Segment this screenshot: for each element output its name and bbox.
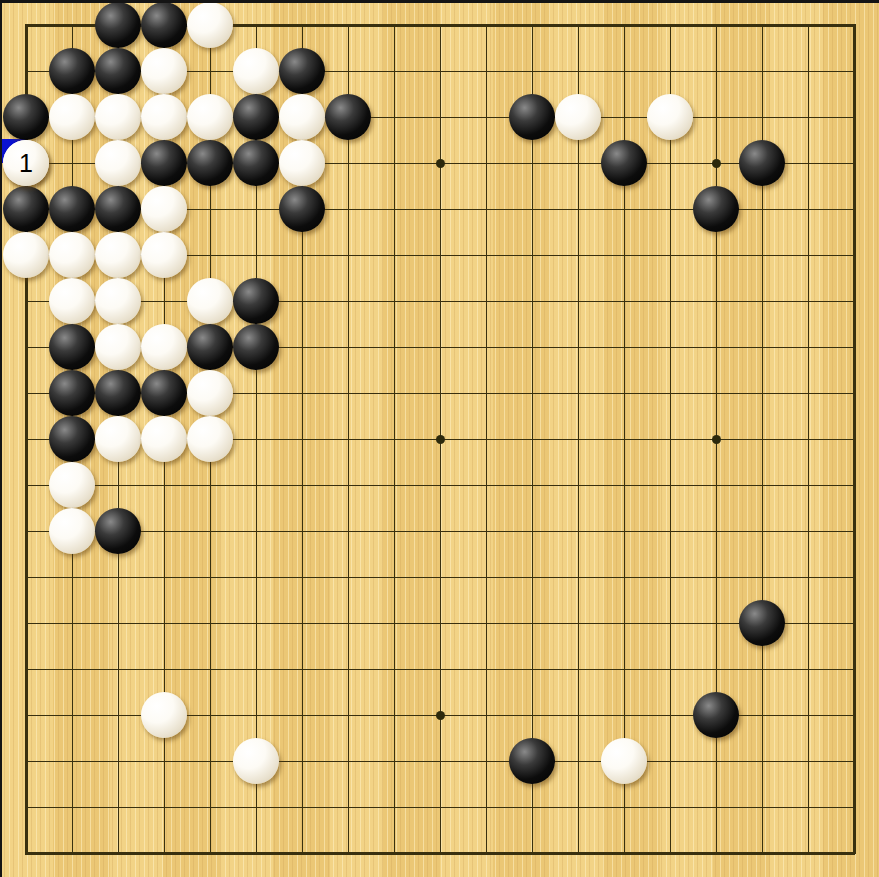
stone-white [95, 278, 141, 324]
stone-black [141, 2, 187, 48]
grid-line-horizontal [25, 577, 855, 578]
stone-white [187, 278, 233, 324]
grid-line-vertical [670, 24, 671, 854]
stone-white [49, 462, 95, 508]
stone-black [509, 94, 555, 140]
stone-white [233, 48, 279, 94]
stone-black [187, 324, 233, 370]
star-point [436, 159, 445, 168]
move-number-label: 1 [19, 151, 33, 176]
stone-black [49, 186, 95, 232]
grid-line-horizontal [25, 807, 855, 808]
grid-line-horizontal [25, 852, 855, 855]
stone-white [187, 94, 233, 140]
grid-line-horizontal [25, 623, 855, 624]
stone-white [187, 2, 233, 48]
stone-white [49, 508, 95, 554]
stone-black [739, 140, 785, 186]
stone-black [49, 416, 95, 462]
go-board[interactable]: 1 [0, 0, 879, 877]
stone-black [49, 48, 95, 94]
grid-line-vertical [853, 24, 856, 854]
stone-black [325, 94, 371, 140]
stone-white [141, 416, 187, 462]
stone-white [141, 232, 187, 278]
stone-black [141, 140, 187, 186]
stone-black [233, 140, 279, 186]
stone-white [141, 692, 187, 738]
stone-black [95, 2, 141, 48]
stone-black [187, 140, 233, 186]
stone-white [601, 738, 647, 784]
stone-black [95, 186, 141, 232]
grid-line-vertical [486, 24, 487, 854]
grid-line-vertical [532, 24, 533, 854]
stone-white [95, 140, 141, 186]
grid-line-vertical [578, 24, 579, 854]
stone-black [233, 278, 279, 324]
stone-white [187, 370, 233, 416]
stone-black [279, 48, 325, 94]
stone-white [233, 738, 279, 784]
grid-line-vertical [808, 24, 809, 854]
stone-black [49, 324, 95, 370]
stone-black [95, 48, 141, 94]
stone-black [693, 186, 739, 232]
stone-white [279, 140, 325, 186]
grid-line-horizontal [25, 531, 855, 532]
stone-black [693, 692, 739, 738]
go-app-window: 1 [0, 0, 879, 877]
grid-line-horizontal [25, 669, 855, 670]
grid-line-horizontal [25, 485, 855, 486]
stone-black [95, 508, 141, 554]
stone-black [3, 94, 49, 140]
stone-black [95, 370, 141, 416]
stone-black [141, 370, 187, 416]
stone-black [279, 186, 325, 232]
stone-black [509, 738, 555, 784]
stone-white [95, 94, 141, 140]
stone-white [141, 94, 187, 140]
star-point [712, 159, 721, 168]
stone-white [3, 232, 49, 278]
grid-line-horizontal [25, 761, 855, 762]
stone-black [49, 370, 95, 416]
stone-white-labeled: 1 [3, 140, 49, 186]
star-point [712, 435, 721, 444]
window-border-left [0, 0, 2, 877]
stone-white [49, 232, 95, 278]
stone-white [647, 94, 693, 140]
star-point [436, 711, 445, 720]
stone-white [141, 186, 187, 232]
stone-white [141, 324, 187, 370]
window-border-top [0, 0, 879, 3]
stone-white [187, 416, 233, 462]
stone-white [555, 94, 601, 140]
stone-black [233, 94, 279, 140]
stone-white [95, 324, 141, 370]
stone-white [49, 94, 95, 140]
star-point [436, 435, 445, 444]
stone-white [49, 278, 95, 324]
stone-black [233, 324, 279, 370]
stone-white [279, 94, 325, 140]
stone-white [95, 232, 141, 278]
stone-black [739, 600, 785, 646]
stone-black [3, 186, 49, 232]
stone-white [141, 48, 187, 94]
stone-black [601, 140, 647, 186]
stone-white [95, 416, 141, 462]
